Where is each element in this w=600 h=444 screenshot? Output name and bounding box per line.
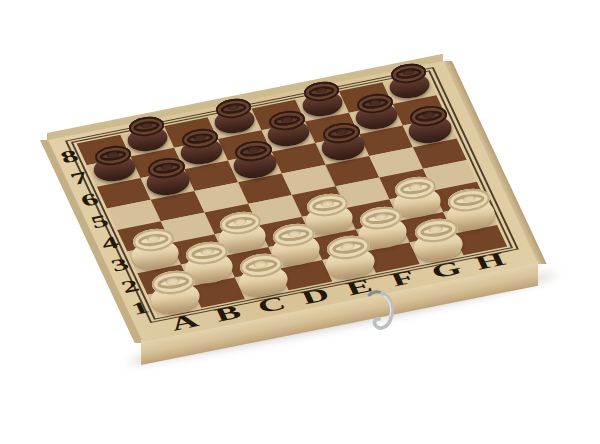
piece-center-boss — [462, 194, 476, 203]
piece-center-boss — [166, 276, 181, 286]
piece-center-boss — [146, 234, 160, 243]
piece-center-boss — [140, 121, 152, 129]
piece-center-boss — [340, 241, 355, 251]
checker-dark-b6[interactable] — [144, 156, 192, 198]
piece-center-boss — [247, 145, 260, 153]
piece-center-boss — [199, 247, 213, 256]
piece-center-boss — [428, 224, 443, 234]
checker-dark-d6[interactable] — [231, 138, 279, 180]
piece-center-boss — [374, 212, 388, 221]
piece-center-boss — [408, 182, 422, 191]
checker-light-e1[interactable] — [322, 233, 377, 281]
piece-center-boss — [194, 133, 207, 141]
piece-center-boss — [287, 229, 301, 238]
checker-light-a1[interactable] — [147, 268, 202, 316]
piece-center-boss — [160, 163, 173, 171]
piece-center-boss — [402, 68, 414, 76]
piece-center-boss — [253, 259, 268, 269]
checker-light-g1[interactable] — [409, 216, 464, 264]
checker-light-a3[interactable] — [128, 227, 180, 272]
piece-center-boss — [422, 110, 435, 118]
checker-dark-f6[interactable] — [319, 121, 367, 163]
piece-center-boss — [321, 199, 335, 208]
checker-dark-h6[interactable] — [406, 103, 454, 145]
clasp-icon — [360, 286, 402, 338]
piece-center-boss — [368, 98, 381, 106]
checker-dark-a7[interactable] — [91, 144, 137, 184]
checkers-set-photo: 87654321 ABCDEFGH — [0, 0, 600, 444]
piece-center-boss — [315, 86, 327, 94]
piece-center-boss — [335, 128, 348, 136]
piece-center-boss — [281, 115, 294, 123]
piece-center-boss — [227, 103, 239, 111]
checker-light-c1[interactable] — [234, 251, 289, 299]
piece-center-boss — [106, 150, 119, 158]
piece-center-boss — [233, 217, 247, 226]
